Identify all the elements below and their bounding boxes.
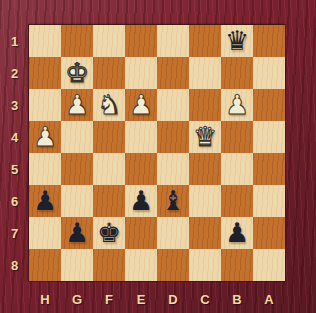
square-h3[interactable] xyxy=(29,89,61,121)
black-pawn-on-b7[interactable]: ♟ xyxy=(225,217,249,249)
square-a6[interactable] xyxy=(253,185,285,217)
rank-label-6: 6 xyxy=(0,185,29,217)
file-label-g: G xyxy=(61,285,93,313)
square-c4[interactable]: ♛ xyxy=(189,121,221,153)
black-pawn-on-e6[interactable]: ♟ xyxy=(129,185,153,217)
square-a7[interactable] xyxy=(253,217,285,249)
square-e5[interactable] xyxy=(125,153,157,185)
square-f3[interactable]: ♞ xyxy=(93,89,125,121)
black-pawn-on-h6[interactable]: ♟ xyxy=(33,185,57,217)
square-g2[interactable]: ♚ xyxy=(61,57,93,89)
square-b7[interactable]: ♟ xyxy=(221,217,253,249)
rank-label-3: 3 xyxy=(0,89,29,121)
rank-label-2: 2 xyxy=(0,57,29,89)
chess-board: ♛♚♟♞♟♟♟♛♟♟♝♟♚♟ xyxy=(29,25,285,281)
square-c5[interactable] xyxy=(189,153,221,185)
square-d7[interactable] xyxy=(157,217,189,249)
square-d2[interactable] xyxy=(157,57,189,89)
square-h8[interactable] xyxy=(29,249,61,281)
white-pawn-on-b3[interactable]: ♟ xyxy=(225,89,249,121)
chess-diagram: 12345678 ♛♚♟♞♟♟♟♛♟♟♝♟♚♟ HGFEDCBA xyxy=(0,0,316,313)
file-labels: HGFEDCBA xyxy=(29,285,285,313)
square-c8[interactable] xyxy=(189,249,221,281)
square-c7[interactable] xyxy=(189,217,221,249)
square-f4[interactable] xyxy=(93,121,125,153)
square-g3[interactable]: ♟ xyxy=(61,89,93,121)
white-king-on-g2[interactable]: ♚ xyxy=(65,57,89,89)
square-d8[interactable] xyxy=(157,249,189,281)
white-pawn-on-h4[interactable]: ♟ xyxy=(33,121,57,153)
square-a5[interactable] xyxy=(253,153,285,185)
square-c2[interactable] xyxy=(189,57,221,89)
file-label-h: H xyxy=(29,285,61,313)
rank-label-4: 4 xyxy=(0,121,29,153)
square-g6[interactable] xyxy=(61,185,93,217)
square-d6[interactable]: ♝ xyxy=(157,185,189,217)
square-e8[interactable] xyxy=(125,249,157,281)
file-label-b: B xyxy=(221,285,253,313)
square-g1[interactable] xyxy=(61,25,93,57)
white-queen-on-c4[interactable]: ♛ xyxy=(193,121,217,153)
white-pawn-on-e3[interactable]: ♟ xyxy=(129,89,153,121)
white-knight-on-f3[interactable]: ♞ xyxy=(97,89,121,121)
square-b2[interactable] xyxy=(221,57,253,89)
square-f5[interactable] xyxy=(93,153,125,185)
square-e4[interactable] xyxy=(125,121,157,153)
rank-labels: 12345678 xyxy=(0,25,29,281)
square-c6[interactable] xyxy=(189,185,221,217)
square-d4[interactable] xyxy=(157,121,189,153)
square-h7[interactable] xyxy=(29,217,61,249)
square-f7[interactable]: ♚ xyxy=(93,217,125,249)
square-f6[interactable] xyxy=(93,185,125,217)
black-bishop-on-d6[interactable]: ♝ xyxy=(161,185,185,217)
square-b3[interactable]: ♟ xyxy=(221,89,253,121)
black-pawn-on-g7[interactable]: ♟ xyxy=(65,217,89,249)
rank-label-5: 5 xyxy=(0,153,29,185)
file-label-e: E xyxy=(125,285,157,313)
square-g5[interactable] xyxy=(61,153,93,185)
square-h1[interactable] xyxy=(29,25,61,57)
square-b4[interactable] xyxy=(221,121,253,153)
rank-label-8: 8 xyxy=(0,249,29,281)
rank-label-1: 1 xyxy=(0,25,29,57)
square-h2[interactable] xyxy=(29,57,61,89)
square-d3[interactable] xyxy=(157,89,189,121)
square-g4[interactable] xyxy=(61,121,93,153)
square-f8[interactable] xyxy=(93,249,125,281)
square-d5[interactable] xyxy=(157,153,189,185)
file-label-c: C xyxy=(189,285,221,313)
square-h4[interactable]: ♟ xyxy=(29,121,61,153)
black-king-on-f7[interactable]: ♚ xyxy=(97,217,121,249)
square-b6[interactable] xyxy=(221,185,253,217)
white-pawn-on-g3[interactable]: ♟ xyxy=(65,89,89,121)
square-a3[interactable] xyxy=(253,89,285,121)
square-d1[interactable] xyxy=(157,25,189,57)
file-label-a: A xyxy=(253,285,285,313)
square-h6[interactable]: ♟ xyxy=(29,185,61,217)
square-g7[interactable]: ♟ xyxy=(61,217,93,249)
square-a2[interactable] xyxy=(253,57,285,89)
file-label-d: D xyxy=(157,285,189,313)
square-b1[interactable]: ♛ xyxy=(221,25,253,57)
square-c1[interactable] xyxy=(189,25,221,57)
square-f2[interactable] xyxy=(93,57,125,89)
square-e2[interactable] xyxy=(125,57,157,89)
square-b8[interactable] xyxy=(221,249,253,281)
square-a8[interactable] xyxy=(253,249,285,281)
file-label-f: F xyxy=(93,285,125,313)
square-a1[interactable] xyxy=(253,25,285,57)
square-e7[interactable] xyxy=(125,217,157,249)
square-a4[interactable] xyxy=(253,121,285,153)
square-b5[interactable] xyxy=(221,153,253,185)
square-c3[interactable] xyxy=(189,89,221,121)
square-h5[interactable] xyxy=(29,153,61,185)
black-queen-on-b1[interactable]: ♛ xyxy=(225,25,249,57)
square-g8[interactable] xyxy=(61,249,93,281)
rank-label-7: 7 xyxy=(0,217,29,249)
square-e6[interactable]: ♟ xyxy=(125,185,157,217)
square-e3[interactable]: ♟ xyxy=(125,89,157,121)
square-f1[interactable] xyxy=(93,25,125,57)
square-e1[interactable] xyxy=(125,25,157,57)
